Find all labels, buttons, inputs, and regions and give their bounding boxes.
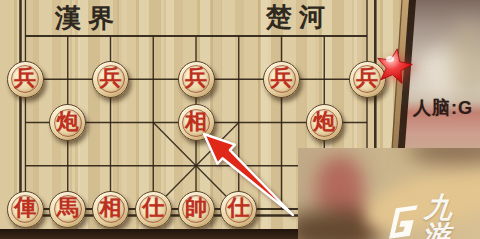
river-label-hanjie: 漢界 bbox=[55, 6, 121, 32]
piece-soldier[interactable]: 兵 bbox=[92, 61, 129, 98]
piece-soldier[interactable]: 兵 bbox=[178, 61, 215, 98]
piece-glyph: 兵 bbox=[271, 67, 293, 89]
blur-tan-blob bbox=[448, 20, 480, 100]
9game-logo-icon bbox=[388, 203, 420, 239]
piece-advisor[interactable]: 仕 bbox=[220, 191, 257, 228]
piece-general[interactable]: 帥 bbox=[178, 191, 215, 228]
piece-glyph: 仕 bbox=[228, 197, 250, 219]
piece-cannon[interactable]: 炮 bbox=[49, 104, 86, 141]
piece-glyph: 兵 bbox=[185, 67, 207, 89]
piece-glyph: 兵 bbox=[100, 67, 122, 89]
piece-glyph: 相 bbox=[100, 197, 122, 219]
piece-glyph: 仕 bbox=[142, 197, 164, 219]
piece-glyph: 炮 bbox=[313, 111, 335, 133]
river-label-chuhe: 楚河 bbox=[266, 5, 332, 31]
piece-glyph: 兵 bbox=[14, 67, 36, 89]
piece-horse[interactable]: 馬 bbox=[49, 191, 86, 228]
piece-glyph: 炮 bbox=[57, 111, 79, 133]
scene: 漢界 楚河 兵兵兵兵兵炮相炮俥馬相仕帥仕馬俥 bbox=[0, 0, 480, 239]
piece-elephant[interactable]: 相 bbox=[178, 104, 215, 141]
piece-glyph: 俥 bbox=[14, 197, 36, 219]
piece-glyph: 兵 bbox=[356, 67, 378, 89]
piece-glyph: 帥 bbox=[185, 197, 207, 219]
piece-elephant[interactable]: 相 bbox=[92, 191, 129, 228]
piece-soldier[interactable]: 兵 bbox=[263, 61, 300, 98]
watermark-text: 九游 bbox=[420, 194, 480, 239]
piece-glyph: 相 bbox=[185, 111, 207, 133]
piece-chariot[interactable]: 俥 bbox=[7, 191, 44, 228]
piece-glyph: 馬 bbox=[57, 197, 79, 219]
piece-soldier[interactable]: 兵 bbox=[349, 61, 386, 98]
side-caption: 人脑:G bbox=[413, 96, 473, 120]
watermark-logo: 九游 bbox=[388, 194, 480, 239]
piece-cannon[interactable]: 炮 bbox=[306, 104, 343, 141]
piece-soldier[interactable]: 兵 bbox=[7, 61, 44, 98]
piece-advisor[interactable]: 仕 bbox=[135, 191, 172, 228]
